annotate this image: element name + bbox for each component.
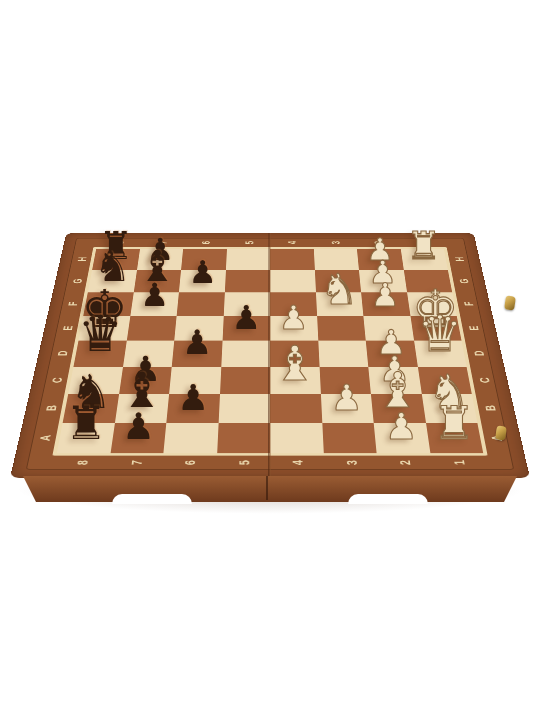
pieces-layer: ♜♞♛♚♞♜♟♝♟♟♝♟♟♟♟♟♝♟♟♞♟♝♟♟♟♟♟♜♞♛♚♜ [0,0,540,720]
piece-white-pawn-e4[interactable]: ♟ [279,302,309,335]
scene: 8765432187654321HGFEDCBAHGFEDCBA ♜♞♛♚♞♜♟… [0,0,540,720]
piece-black-queen-d8[interactable]: ♛ [78,311,123,361]
piece-black-pawn-b6[interactable]: ♟ [177,380,209,416]
piece-white-rook-a1[interactable]: ♜ [433,399,475,445]
piece-black-pawn-f7[interactable]: ♟ [140,279,169,311]
piece-black-rook-a8[interactable]: ♜ [65,399,107,445]
piece-white-rook-h1[interactable]: ♜ [406,227,441,266]
piece-white-queen-d1[interactable]: ♛ [417,311,462,361]
piece-white-knight-f3[interactable]: ♞ [320,268,358,310]
piece-black-pawn-e5[interactable]: ♟ [232,302,262,335]
piece-white-bishop-c4[interactable]: ♝ [274,340,317,388]
piece-white-pawn-a2[interactable]: ♟ [385,409,418,446]
piece-white-pawn-b3[interactable]: ♟ [331,380,363,416]
piece-black-pawn-a7[interactable]: ♟ [122,409,155,446]
piece-black-pawn-d6[interactable]: ♟ [182,327,212,361]
piece-black-pawn-g6[interactable]: ♟ [188,256,216,287]
piece-white-pawn-f2[interactable]: ♟ [371,279,400,311]
